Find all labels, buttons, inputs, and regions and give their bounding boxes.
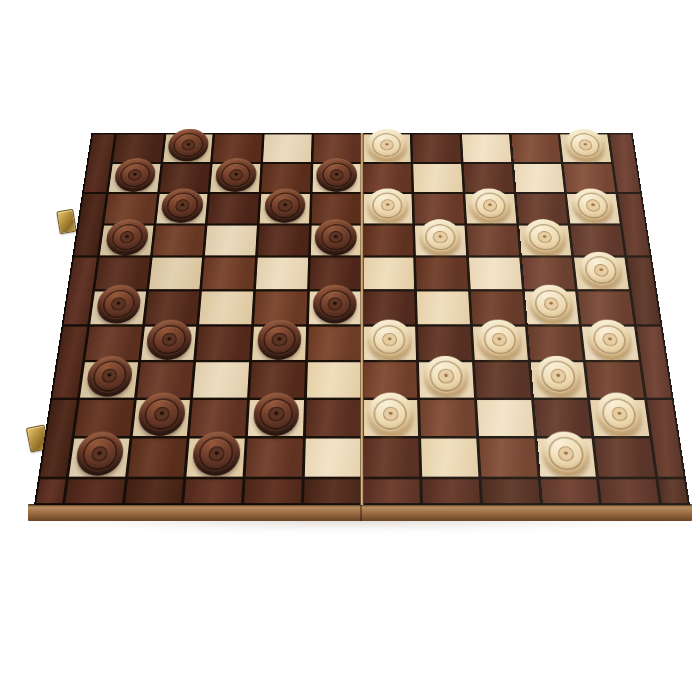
dark-piece[interactable] (145, 320, 193, 360)
square-r10c8[interactable] (479, 439, 537, 477)
square-r2c5[interactable] (312, 164, 360, 192)
square-r4c1[interactable] (100, 225, 153, 255)
square-r5c10[interactable] (574, 258, 628, 289)
square-r8c9[interactable] (530, 362, 587, 397)
square-r1c7[interactable] (413, 134, 461, 161)
square-r2c3[interactable] (211, 164, 261, 192)
square-r1c8[interactable] (462, 134, 511, 161)
square-r5c3[interactable] (202, 258, 255, 289)
square-r1c6[interactable] (363, 134, 411, 161)
square-r7c10[interactable] (582, 326, 639, 360)
light-piece[interactable] (476, 320, 523, 360)
light-piece[interactable] (423, 356, 469, 397)
square-r8c7[interactable] (419, 362, 474, 397)
square-r10c9[interactable] (537, 439, 596, 477)
light-piece[interactable] (419, 219, 462, 255)
dark-piece[interactable] (137, 393, 187, 436)
square-r5c6[interactable] (363, 258, 414, 289)
square-r10c6[interactable] (363, 439, 419, 477)
square-r5c7[interactable] (416, 258, 468, 289)
square-r3c8[interactable] (465, 194, 516, 223)
light-piece[interactable] (578, 252, 625, 289)
square-r7c3[interactable] (197, 326, 252, 360)
square-r10c7[interactable] (421, 439, 478, 477)
dark-piece[interactable] (160, 188, 204, 223)
square-r7c6[interactable] (363, 326, 416, 360)
square-r3c2[interactable] (156, 194, 208, 223)
square-r4c6[interactable] (363, 225, 413, 255)
square-r6c3[interactable] (200, 291, 254, 324)
dark-piece[interactable] (313, 285, 357, 323)
square-r10c3[interactable] (187, 439, 245, 477)
dark-piece[interactable] (84, 356, 134, 397)
light-piece[interactable] (368, 320, 412, 360)
square-r7c4[interactable] (252, 326, 306, 360)
light-piece[interactable] (594, 393, 645, 436)
square-r10c5[interactable] (305, 439, 361, 477)
dark-piece[interactable] (256, 320, 302, 360)
light-piece[interactable] (469, 188, 512, 223)
square-r9c5[interactable] (306, 400, 361, 436)
dark-piece[interactable] (264, 188, 306, 223)
frame-cell-bottom-4 (185, 479, 243, 503)
square-r3c3[interactable] (208, 194, 259, 223)
square-r9c8[interactable] (477, 400, 534, 436)
dark-piece[interactable] (74, 431, 126, 476)
square-r2c9[interactable] (514, 164, 565, 192)
square-r7c8[interactable] (473, 326, 528, 360)
square-r10c1[interactable] (69, 439, 129, 477)
square-r9c10[interactable] (590, 400, 649, 436)
square-r1c2[interactable] (163, 134, 213, 161)
square-r6c5[interactable] (309, 291, 361, 324)
square-r2c1[interactable] (109, 164, 161, 192)
square-r7c2[interactable] (141, 326, 197, 360)
frame-cell-bottom-11 (599, 479, 658, 503)
product-photo-background (0, 0, 700, 700)
dark-piece[interactable] (95, 285, 143, 323)
square-r1c9[interactable] (511, 134, 561, 161)
square-r8c5[interactable] (307, 362, 361, 397)
draughts-board (34, 133, 690, 505)
fold-seam (360, 133, 364, 505)
square-r5c2[interactable] (149, 258, 203, 289)
frame-cell-bottom-1 (36, 479, 65, 503)
square-r10c4[interactable] (246, 439, 303, 477)
light-piece[interactable] (367, 188, 408, 223)
square-r2c7[interactable] (413, 164, 462, 192)
light-piece[interactable] (534, 356, 583, 397)
dark-piece[interactable] (167, 129, 210, 161)
square-r8c1[interactable] (80, 362, 138, 397)
frame-cell-bottom-10 (540, 479, 599, 503)
light-piece[interactable] (528, 285, 575, 323)
light-piece[interactable] (585, 320, 634, 360)
square-r1c4[interactable] (263, 134, 311, 161)
square-r9c7[interactable] (420, 400, 476, 436)
light-piece[interactable] (367, 129, 407, 161)
frame-cell-bottom-3 (125, 479, 184, 503)
brass-hinge-upper (56, 209, 76, 234)
square-r9c4[interactable] (248, 400, 304, 436)
square-r4c4[interactable] (258, 225, 309, 255)
square-r4c9[interactable] (519, 225, 572, 255)
frame-cell-bottom-5 (244, 479, 301, 503)
frame-cell-bottom-12 (658, 479, 687, 503)
square-r9c2[interactable] (132, 400, 190, 436)
square-r3c4[interactable] (260, 194, 310, 223)
light-piece[interactable] (564, 129, 608, 161)
square-r4c5[interactable] (311, 225, 361, 255)
frame-cell-bottom-8 (422, 479, 479, 503)
square-r6c1[interactable] (90, 291, 146, 324)
frame-cell-right-1 (610, 134, 640, 192)
square-r6c7[interactable] (417, 291, 470, 324)
square-r4c2[interactable] (153, 225, 206, 255)
dark-piece[interactable] (315, 219, 357, 255)
dark-piece[interactable] (252, 393, 299, 436)
square-r4c3[interactable] (205, 225, 257, 255)
dark-piece[interactable] (104, 219, 150, 255)
square-r3c10[interactable] (567, 194, 619, 223)
dark-piece[interactable] (113, 158, 157, 191)
square-r8c3[interactable] (193, 362, 249, 397)
square-r10c10[interactable] (595, 439, 655, 477)
frame-cell-bottom-9 (481, 479, 539, 503)
square-r6c9[interactable] (524, 291, 579, 324)
square-r4c7[interactable] (415, 225, 466, 255)
square-r7c5[interactable] (308, 326, 361, 360)
frame-cell-bottom-2 (65, 479, 124, 503)
board-front-edge (28, 504, 692, 521)
square-r1c10[interactable] (560, 134, 611, 161)
square-r8c8[interactable] (475, 362, 531, 397)
square-r5c8[interactable] (469, 258, 522, 289)
square-r5c4[interactable] (256, 258, 308, 289)
dark-piece[interactable] (214, 158, 257, 191)
square-r4c8[interactable] (467, 225, 519, 255)
light-piece[interactable] (570, 188, 615, 223)
light-piece[interactable] (522, 219, 567, 255)
square-r3c6[interactable] (363, 194, 412, 223)
square-r10c2[interactable] (128, 439, 187, 477)
dark-piece[interactable] (316, 158, 357, 191)
frame-cell-bottom-7 (363, 479, 420, 503)
front-edge-seam (360, 504, 362, 521)
square-r9c6[interactable] (363, 400, 418, 436)
dark-piece[interactable] (191, 431, 241, 476)
frame-cell-bottom-6 (304, 479, 361, 503)
light-piece[interactable] (541, 431, 592, 476)
light-piece[interactable] (368, 393, 414, 436)
